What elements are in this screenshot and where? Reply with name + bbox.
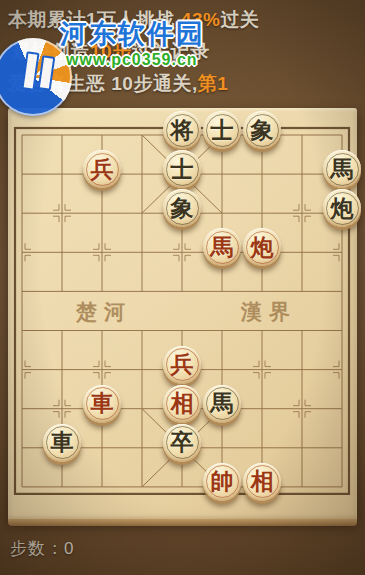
piece-red-horse[interactable]: 馬: [203, 228, 241, 266]
piece-red-pawn[interactable]: 兵: [83, 150, 121, 188]
piece-black-advisor[interactable]: 士: [163, 150, 201, 188]
steps-value: 0: [64, 539, 74, 558]
piece-glyph: 相: [171, 392, 194, 415]
piece-glyph: 炮: [331, 197, 354, 220]
app-screen: 本期累计1万人挑战,43%过关 最快创造10步过关记录 爱吾者生恶 10步通关,…: [0, 0, 365, 575]
top-info-panel: 本期累计1万人挑战,43%过关 最快创造10步过关记录 爱吾者生恶 10步通关,…: [0, 0, 365, 104]
piece-glyph: 兵: [171, 353, 194, 376]
piece-glyph: 炮: [251, 236, 274, 259]
record-text: 最快创造: [12, 41, 90, 62]
piece-black-elephant[interactable]: 象: [243, 111, 281, 149]
leader-line: 爱吾者生恶 10步通关,第1: [8, 71, 228, 97]
piece-glyph: 将: [171, 119, 194, 142]
piece-red-elephant[interactable]: 相: [163, 385, 201, 423]
leader-rank: 第1: [198, 73, 229, 94]
stats-text: 本期累计1万人挑战,: [8, 9, 181, 30]
piece-glyph: 車: [51, 431, 74, 454]
record-steps: 10步: [90, 41, 132, 62]
piece-glyph: 卒: [171, 431, 194, 454]
piece-red-pawn[interactable]: 兵: [163, 346, 201, 384]
piece-black-cannon[interactable]: 炮: [323, 189, 361, 227]
piece-glyph: 馬: [211, 236, 234, 259]
piece-glyph: 帥: [211, 470, 234, 493]
steps-label: 步数：: [10, 539, 64, 558]
piece-glyph: 馬: [331, 158, 354, 181]
stats-percent: 43%: [181, 9, 221, 30]
record-line: 最快创造10步过关记录: [12, 39, 210, 65]
board-bottom-edge: [8, 519, 357, 526]
piece-red-general[interactable]: 帥: [203, 463, 241, 501]
leader-text: 爱吾者生恶 10步通关,: [8, 73, 198, 94]
piece-glyph: 兵: [91, 158, 114, 181]
piece-layer: 将士象兵士馬象炮馬炮兵車相馬車卒帥相: [2, 116, 362, 507]
piece-glyph: 象: [171, 197, 194, 220]
piece-black-horse[interactable]: 馬: [323, 150, 361, 188]
piece-black-pawn[interactable]: 卒: [163, 424, 201, 462]
piece-glyph: 車: [91, 392, 114, 415]
piece-red-cannon[interactable]: 炮: [243, 228, 281, 266]
piece-black-elephant[interactable]: 象: [163, 189, 201, 227]
stats-line: 本期累计1万人挑战,43%过关: [8, 7, 259, 33]
xiangqi-board[interactable]: 楚河 漢界 将士象兵士馬象炮馬炮兵車相馬車卒帥相: [8, 108, 357, 521]
piece-glyph: 士: [171, 158, 194, 181]
piece-glyph: 士: [211, 119, 234, 142]
piece-red-elephant[interactable]: 相: [243, 463, 281, 501]
piece-black-general[interactable]: 将: [163, 111, 201, 149]
step-counter: 步数：0: [10, 537, 74, 560]
piece-glyph: 馬: [211, 392, 234, 415]
piece-black-advisor[interactable]: 士: [203, 111, 241, 149]
piece-glyph: 象: [251, 119, 274, 142]
piece-red-chariot[interactable]: 車: [83, 385, 121, 423]
piece-glyph: 相: [251, 470, 274, 493]
piece-black-chariot[interactable]: 車: [43, 424, 81, 462]
piece-black-horse[interactable]: 馬: [203, 385, 241, 423]
record-suffix: 过关记录: [132, 41, 210, 62]
stats-suffix: 过关: [220, 9, 259, 30]
